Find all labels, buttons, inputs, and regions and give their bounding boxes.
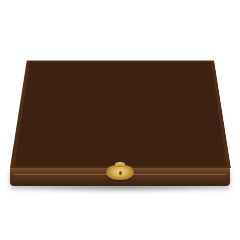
brass-clasp-icon (106, 165, 134, 180)
product-photo (0, 0, 240, 240)
chess-board-3d-wrapper (10, 61, 231, 168)
pieces-layer (10, 61, 231, 168)
